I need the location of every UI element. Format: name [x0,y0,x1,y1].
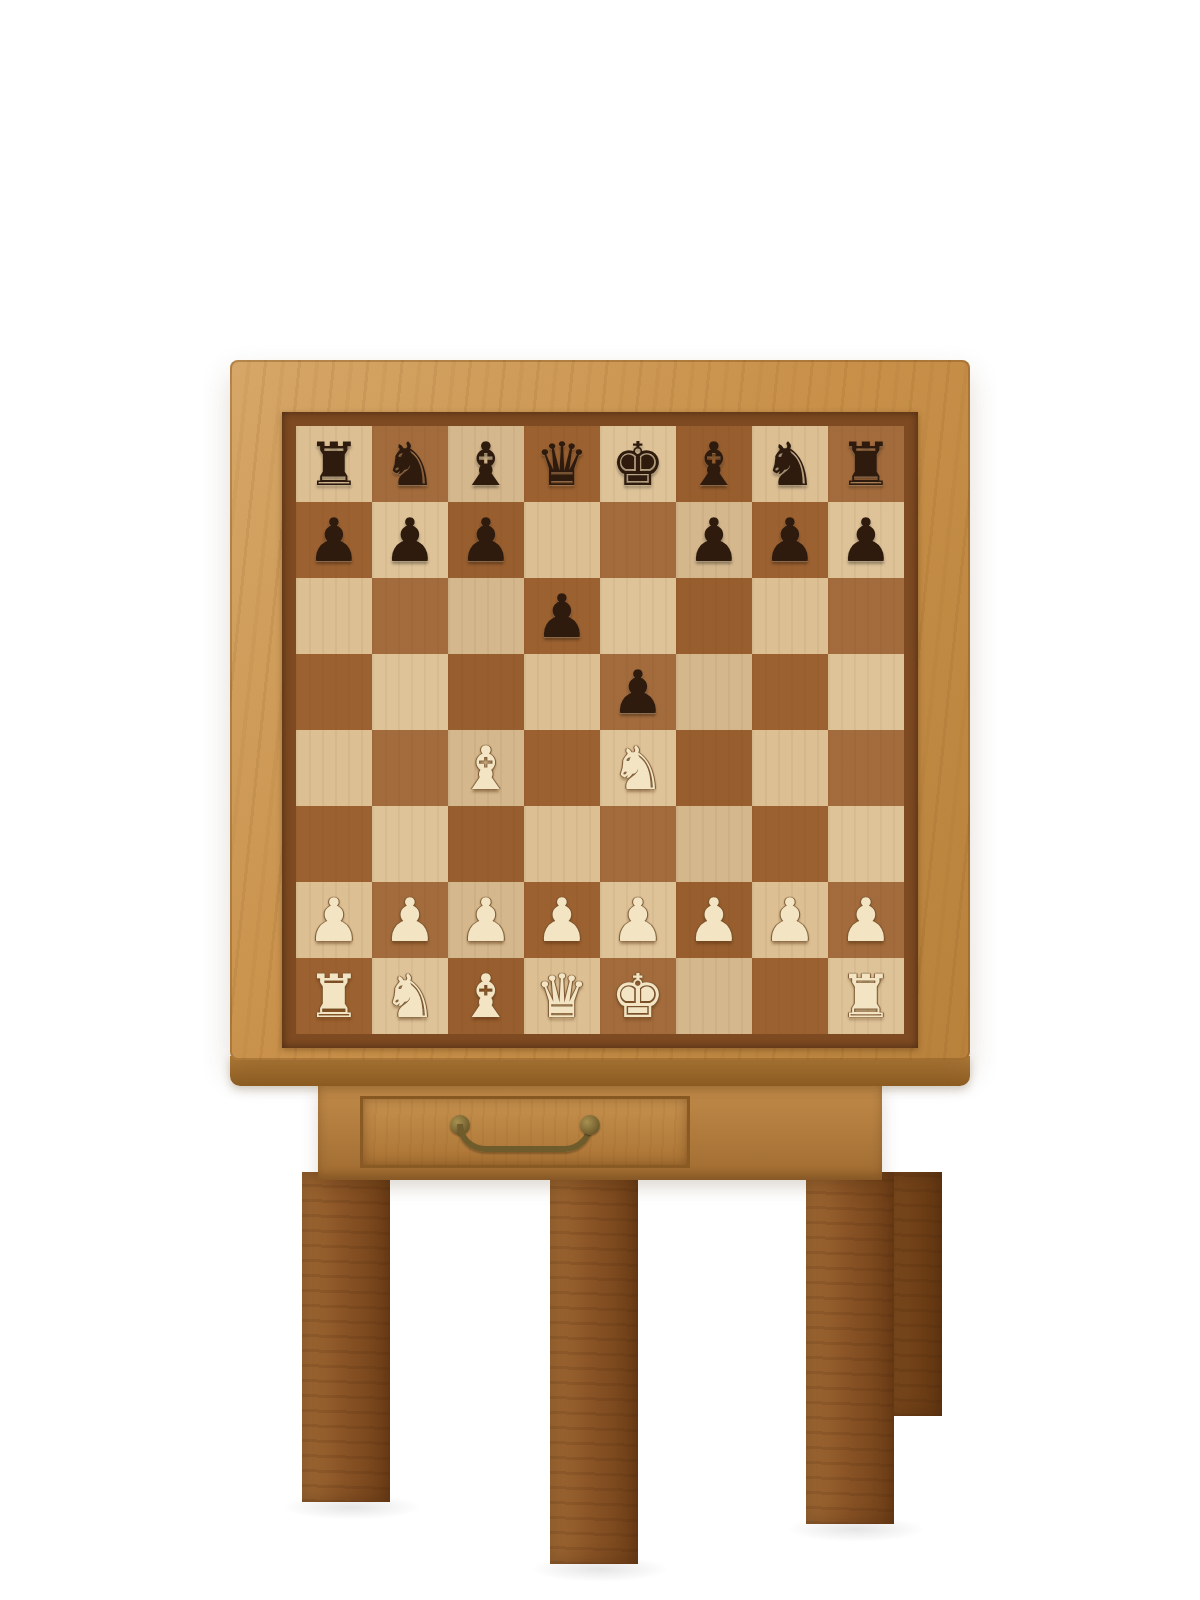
square-g5[interactable] [752,654,828,730]
piece-black-queen[interactable]: ♛ [535,434,589,494]
square-c7[interactable]: ♟ [448,502,524,578]
square-d8[interactable]: ♛ [524,426,600,502]
piece-black-knight[interactable]: ♞ [763,434,817,494]
table-leg-left [302,1172,390,1502]
square-d6[interactable]: ♟ [524,578,600,654]
square-f6[interactable] [676,578,752,654]
piece-black-bishop[interactable]: ♝ [687,434,741,494]
piece-white-rook[interactable]: ♜ [307,966,361,1026]
piece-white-pawn[interactable]: ♟ [839,890,893,950]
tabletop-edge [230,1056,970,1086]
square-f5[interactable] [676,654,752,730]
table-leg-right [806,1172,894,1524]
square-c4[interactable]: ♝ [448,730,524,806]
square-g8[interactable]: ♞ [752,426,828,502]
square-a2[interactable]: ♟ [296,882,372,958]
square-g2[interactable]: ♟ [752,882,828,958]
piece-white-rook[interactable]: ♜ [839,966,893,1026]
piece-white-knight[interactable]: ♞ [383,966,437,1026]
square-h3[interactable] [828,806,904,882]
square-a8[interactable]: ♜ [296,426,372,502]
square-e6[interactable] [600,578,676,654]
square-g1[interactable] [752,958,828,1034]
piece-black-pawn[interactable]: ♟ [307,510,361,570]
square-a1[interactable]: ♜ [296,958,372,1034]
piece-white-pawn[interactable]: ♟ [763,890,817,950]
square-h5[interactable] [828,654,904,730]
square-h2[interactable]: ♟ [828,882,904,958]
piece-white-pawn[interactable]: ♟ [611,890,665,950]
square-f2[interactable]: ♟ [676,882,752,958]
square-d2[interactable]: ♟ [524,882,600,958]
square-f8[interactable]: ♝ [676,426,752,502]
table-apron [318,1086,882,1180]
square-f1[interactable] [676,958,752,1034]
piece-black-knight[interactable]: ♞ [383,434,437,494]
square-c6[interactable] [448,578,524,654]
square-e4[interactable]: ♞ [600,730,676,806]
piece-black-rook[interactable]: ♜ [839,434,893,494]
piece-black-rook[interactable]: ♜ [307,434,361,494]
square-b2[interactable]: ♟ [372,882,448,958]
piece-white-pawn[interactable]: ♟ [687,890,741,950]
square-a6[interactable] [296,578,372,654]
board-border: ♜♞♝♛♚♝♞♜♟♟♟♟♟♟♟♟♝♞♟♟♟♟♟♟♟♟♜♞♝♛♚♜ [282,412,918,1048]
piece-white-pawn[interactable]: ♟ [535,890,589,950]
square-b6[interactable] [372,578,448,654]
drawer-handle [450,1115,600,1157]
piece-white-king[interactable]: ♚ [611,966,665,1026]
square-h8[interactable]: ♜ [828,426,904,502]
square-h1[interactable]: ♜ [828,958,904,1034]
square-d1[interactable]: ♛ [524,958,600,1034]
square-b8[interactable]: ♞ [372,426,448,502]
square-b3[interactable] [372,806,448,882]
square-g3[interactable] [752,806,828,882]
square-a3[interactable] [296,806,372,882]
piece-black-pawn[interactable]: ♟ [383,510,437,570]
square-f7[interactable]: ♟ [676,502,752,578]
square-d5[interactable] [524,654,600,730]
square-a5[interactable] [296,654,372,730]
square-f3[interactable] [676,806,752,882]
square-g4[interactable] [752,730,828,806]
square-e7[interactable] [600,502,676,578]
tabletop: ♜♞♝♛♚♝♞♜♟♟♟♟♟♟♟♟♝♞♟♟♟♟♟♟♟♟♜♞♝♛♚♜ [230,360,970,1060]
piece-black-pawn[interactable]: ♟ [687,510,741,570]
square-h6[interactable] [828,578,904,654]
square-b5[interactable] [372,654,448,730]
piece-black-pawn[interactable]: ♟ [611,662,665,722]
piece-black-pawn[interactable]: ♟ [535,586,589,646]
square-b7[interactable]: ♟ [372,502,448,578]
square-d7[interactable] [524,502,600,578]
table-leg-center [550,1172,638,1564]
square-g7[interactable]: ♟ [752,502,828,578]
piece-white-knight[interactable]: ♞ [611,738,665,798]
square-c5[interactable] [448,654,524,730]
square-h7[interactable]: ♟ [828,502,904,578]
square-e5[interactable]: ♟ [600,654,676,730]
handle-bail [457,1124,593,1152]
square-d4[interactable] [524,730,600,806]
piece-white-pawn[interactable]: ♟ [459,890,513,950]
square-c2[interactable]: ♟ [448,882,524,958]
square-e1[interactable]: ♚ [600,958,676,1034]
square-g6[interactable] [752,578,828,654]
square-c1[interactable]: ♝ [448,958,524,1034]
square-a4[interactable] [296,730,372,806]
square-b4[interactable] [372,730,448,806]
product-photo-scene: ♜♞♝♛♚♝♞♜♟♟♟♟♟♟♟♟♝♞♟♟♟♟♟♟♟♟♜♞♝♛♚♜ [0,0,1200,1600]
handle-rosette-right [580,1115,600,1135]
square-a7[interactable]: ♟ [296,502,372,578]
square-c8[interactable]: ♝ [448,426,524,502]
square-e2[interactable]: ♟ [600,882,676,958]
piece-black-pawn[interactable]: ♟ [459,510,513,570]
square-e8[interactable]: ♚ [600,426,676,502]
piece-white-pawn[interactable]: ♟ [383,890,437,950]
piece-white-bishop[interactable]: ♝ [459,738,513,798]
square-e3[interactable] [600,806,676,882]
square-c3[interactable] [448,806,524,882]
piece-black-pawn[interactable]: ♟ [763,510,817,570]
square-h4[interactable] [828,730,904,806]
piece-black-king[interactable]: ♚ [611,434,665,494]
square-d3[interactable] [524,806,600,882]
piece-white-pawn[interactable]: ♟ [307,890,361,950]
piece-black-pawn[interactable]: ♟ [839,510,893,570]
piece-white-bishop[interactable]: ♝ [459,966,513,1026]
piece-black-bishop[interactable]: ♝ [459,434,513,494]
square-b1[interactable]: ♞ [372,958,448,1034]
square-f4[interactable] [676,730,752,806]
drawer-front [360,1096,690,1168]
chess-board[interactable]: ♜♞♝♛♚♝♞♜♟♟♟♟♟♟♟♟♝♞♟♟♟♟♟♟♟♟♜♞♝♛♚♜ [296,426,904,1034]
piece-white-queen[interactable]: ♛ [535,966,589,1026]
